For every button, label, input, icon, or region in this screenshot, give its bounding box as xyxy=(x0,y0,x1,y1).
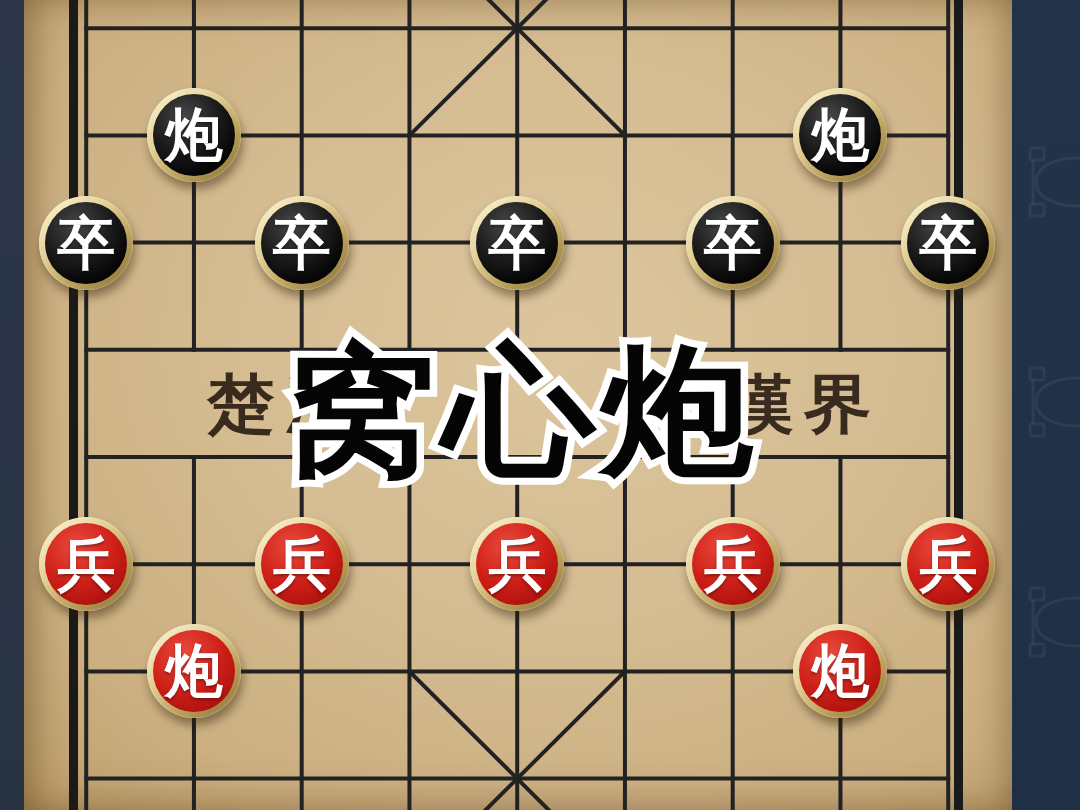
piece-black-soldier[interactable]: 卒 xyxy=(901,196,995,290)
piece-black-soldier[interactable]: 卒 xyxy=(39,196,133,290)
piece-face: 炮 xyxy=(153,630,235,712)
piece-glyph: 兵 xyxy=(919,535,977,593)
piece-glyph: 兵 xyxy=(57,535,115,593)
piece-face: 兵 xyxy=(45,523,127,605)
piece-face: 兵 xyxy=(907,523,989,605)
caption-overlay: 窝心炮 窝心炮 xyxy=(285,341,759,482)
piece-glyph: 兵 xyxy=(704,535,762,593)
piece-glyph: 卒 xyxy=(273,214,331,272)
background-strip-right xyxy=(1012,0,1080,810)
piece-glyph: 炮 xyxy=(811,106,869,164)
piece-face: 炮 xyxy=(153,94,235,176)
background-strip-left xyxy=(0,0,24,810)
piece-face: 炮 xyxy=(799,630,881,712)
caption-text: 窝心炮 xyxy=(285,341,759,482)
piece-face: 卒 xyxy=(45,202,127,284)
piece-black-soldier[interactable]: 卒 xyxy=(470,196,564,290)
piece-face: 卒 xyxy=(261,202,343,284)
piece-red-soldier[interactable]: 兵 xyxy=(39,517,133,611)
piece-face: 卒 xyxy=(907,202,989,284)
piece-black-soldier[interactable]: 卒 xyxy=(686,196,780,290)
piece-red-soldier[interactable]: 兵 xyxy=(470,517,564,611)
piece-face: 兵 xyxy=(476,523,558,605)
piece-glyph: 兵 xyxy=(488,535,546,593)
piece-glyph: 卒 xyxy=(704,214,762,272)
piece-red-soldier[interactable]: 兵 xyxy=(686,517,780,611)
piece-red-cannon[interactable]: 炮 xyxy=(147,624,241,718)
piece-red-soldier[interactable]: 兵 xyxy=(901,517,995,611)
piece-glyph: 兵 xyxy=(273,535,331,593)
piece-face: 炮 xyxy=(799,94,881,176)
piece-glyph: 炮 xyxy=(165,106,223,164)
piece-black-soldier[interactable]: 卒 xyxy=(255,196,349,290)
piece-red-soldier[interactable]: 兵 xyxy=(255,517,349,611)
piece-glyph: 卒 xyxy=(57,214,115,272)
piece-face: 卒 xyxy=(476,202,558,284)
piece-face: 兵 xyxy=(692,523,774,605)
video-frame: 楚河 漢界 炮炮卒卒卒卒卒兵兵兵兵兵炮炮 窝心炮 窝心炮 xyxy=(0,0,1080,810)
piece-glyph: 炮 xyxy=(811,642,869,700)
piece-glyph: 卒 xyxy=(919,214,977,272)
piece-glyph: 卒 xyxy=(488,214,546,272)
piece-face: 兵 xyxy=(261,523,343,605)
piece-face: 卒 xyxy=(692,202,774,284)
piece-black-cannon[interactable]: 炮 xyxy=(147,88,241,182)
piece-glyph: 炮 xyxy=(165,642,223,700)
